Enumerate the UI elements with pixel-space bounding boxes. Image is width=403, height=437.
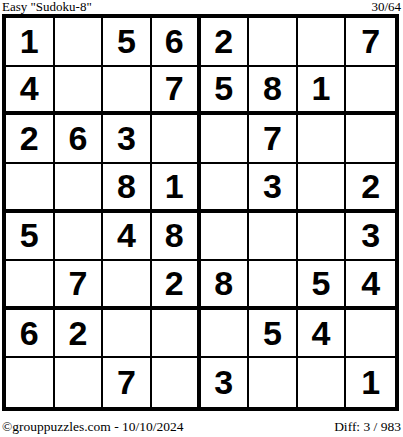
cell-r1c6-empty[interactable] bbox=[249, 18, 298, 67]
cell-r5c2-empty[interactable] bbox=[55, 213, 104, 262]
cell-r6c3-empty[interactable] bbox=[103, 261, 152, 310]
cell-r3c3-given: 3 bbox=[103, 115, 152, 164]
cell-r7c4-empty[interactable] bbox=[152, 310, 201, 359]
cell-r4c8-given: 2 bbox=[346, 164, 395, 213]
cell-r8c6-empty[interactable] bbox=[249, 358, 298, 407]
puzzle-title: Easy "Sudoku-8" bbox=[2, 0, 92, 13]
cell-r6c8-given: 4 bbox=[346, 261, 395, 310]
cell-r3c2-given: 6 bbox=[55, 115, 104, 164]
cell-r5c7-empty[interactable] bbox=[298, 213, 347, 262]
cell-r5c3-given: 4 bbox=[103, 213, 152, 262]
cell-r8c1-empty[interactable] bbox=[6, 358, 55, 407]
puzzle-counter: 30/64 bbox=[371, 0, 401, 13]
cell-r8c5-given: 3 bbox=[201, 358, 250, 407]
cell-r5c5-empty[interactable] bbox=[201, 213, 250, 262]
cell-r3c8-empty[interactable] bbox=[346, 115, 395, 164]
cell-r3c1-given: 2 bbox=[6, 115, 55, 164]
cell-r2c3-empty[interactable] bbox=[103, 67, 152, 116]
cell-r2c6-given: 8 bbox=[249, 67, 298, 116]
cell-r5c1-given: 5 bbox=[6, 213, 55, 262]
cell-r8c7-empty[interactable] bbox=[298, 358, 347, 407]
cell-r2c4-given: 7 bbox=[152, 67, 201, 116]
cell-r4c1-empty[interactable] bbox=[6, 164, 55, 213]
cell-r4c6-given: 3 bbox=[249, 164, 298, 213]
cell-r4c7-empty[interactable] bbox=[298, 164, 347, 213]
cell-r3c5-empty[interactable] bbox=[201, 115, 250, 164]
header: Easy "Sudoku-8" 30/64 bbox=[0, 0, 403, 14]
cell-r1c2-empty[interactable] bbox=[55, 18, 104, 67]
cell-r2c7-given: 1 bbox=[298, 67, 347, 116]
difficulty-text: Diff: 3 / 983 bbox=[334, 419, 401, 434]
cell-r4c5-empty[interactable] bbox=[201, 164, 250, 213]
cell-r2c8-empty[interactable] bbox=[346, 67, 395, 116]
cell-r6c5-given: 8 bbox=[201, 261, 250, 310]
cell-r5c8-given: 3 bbox=[346, 213, 395, 262]
cell-r8c3-given: 7 bbox=[103, 358, 152, 407]
cell-r6c6-empty[interactable] bbox=[249, 261, 298, 310]
cell-r4c2-empty[interactable] bbox=[55, 164, 104, 213]
cell-r7c5-empty[interactable] bbox=[201, 310, 250, 359]
cell-r1c7-empty[interactable] bbox=[298, 18, 347, 67]
cell-r2c1-given: 4 bbox=[6, 67, 55, 116]
cell-r7c6-given: 5 bbox=[249, 310, 298, 359]
cell-r8c2-empty[interactable] bbox=[55, 358, 104, 407]
cell-r3c4-empty[interactable] bbox=[152, 115, 201, 164]
cell-r6c1-empty[interactable] bbox=[6, 261, 55, 310]
cell-r6c4-given: 2 bbox=[152, 261, 201, 310]
cell-r1c3-given: 5 bbox=[103, 18, 152, 67]
cell-r5c6-empty[interactable] bbox=[249, 213, 298, 262]
cell-r2c2-empty[interactable] bbox=[55, 67, 104, 116]
cell-r7c8-empty[interactable] bbox=[346, 310, 395, 359]
cell-r3c7-empty[interactable] bbox=[298, 115, 347, 164]
cell-r2c5-given: 5 bbox=[201, 67, 250, 116]
cell-r1c1-given: 1 bbox=[6, 18, 55, 67]
footer: ©grouppuzzles.com - 10/10/2024 Diff: 3 /… bbox=[0, 411, 403, 434]
cell-r7c1-given: 6 bbox=[6, 310, 55, 359]
cell-r8c4-empty[interactable] bbox=[152, 358, 201, 407]
cell-r1c4-given: 6 bbox=[152, 18, 201, 67]
cell-r1c5-given: 2 bbox=[201, 18, 250, 67]
cell-r1c8-given: 7 bbox=[346, 18, 395, 67]
puzzle-page: Easy "Sudoku-8" 30/64 156274758126378132… bbox=[0, 0, 403, 437]
cell-r7c3-empty[interactable] bbox=[103, 310, 152, 359]
cell-r7c7-given: 4 bbox=[298, 310, 347, 359]
cell-r4c3-given: 8 bbox=[103, 164, 152, 213]
cell-r8c8-given: 1 bbox=[346, 358, 395, 407]
cell-r4c4-given: 1 bbox=[152, 164, 201, 213]
copyright-text: ©grouppuzzles.com - 10/10/2024 bbox=[2, 419, 184, 434]
cell-r6c2-given: 7 bbox=[55, 261, 104, 310]
cell-r6c7-given: 5 bbox=[298, 261, 347, 310]
sudoku-board: 1562747581263781325483728546254731 bbox=[2, 14, 399, 411]
cell-r7c2-given: 2 bbox=[55, 310, 104, 359]
cell-r3c6-given: 7 bbox=[249, 115, 298, 164]
cell-r5c4-given: 8 bbox=[152, 213, 201, 262]
